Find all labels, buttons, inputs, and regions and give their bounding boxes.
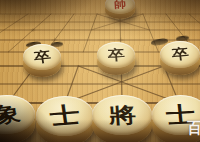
piece-black-elephant[interactable]: 象 bbox=[0, 95, 35, 142]
piece-top-face: 卒 bbox=[160, 41, 200, 68]
piece-character: 士 bbox=[48, 103, 81, 128]
piece-top-face: 卒 bbox=[23, 44, 61, 70]
piece-top-face: 士 bbox=[36, 96, 94, 136]
watermark-text: 百 bbox=[187, 119, 200, 138]
xiangqi-photo: 帥卒卒卒象士將士 百 bbox=[0, 0, 200, 142]
piece-character: 象 bbox=[0, 102, 22, 126]
piece-black-soldier-center[interactable]: 卒 bbox=[97, 42, 135, 75]
piece-top-face: 將 bbox=[92, 95, 152, 135]
piece-black-advisor-left[interactable]: 士 bbox=[36, 96, 94, 142]
piece-black-soldier-right[interactable]: 卒 bbox=[160, 41, 200, 75]
piece-top-face: 卒 bbox=[97, 42, 135, 68]
piece-black-soldier-left[interactable]: 卒 bbox=[23, 44, 61, 77]
piece-character: 帥 bbox=[114, 0, 127, 9]
piece-character: 卒 bbox=[171, 47, 190, 62]
piece-red-general[interactable]: 帥 bbox=[105, 0, 135, 19]
piece-character: 將 bbox=[108, 104, 136, 126]
piece-black-general[interactable]: 將 bbox=[92, 95, 152, 142]
piece-character: 卒 bbox=[107, 47, 125, 62]
piece-character: 卒 bbox=[32, 49, 51, 64]
